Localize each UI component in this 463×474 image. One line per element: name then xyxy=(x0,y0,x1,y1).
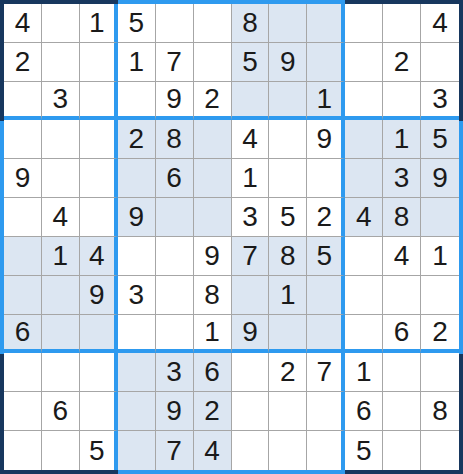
cell-r5c1[interactable]: 9 xyxy=(4,159,42,198)
outer-border-right-bottom-dark xyxy=(459,354,463,474)
cell-r7c12[interactable]: 1 xyxy=(421,237,459,276)
cell-r5c4[interactable] xyxy=(118,159,156,198)
cell-r1c4[interactable]: 5 xyxy=(118,4,156,43)
cell-r3c9[interactable]: 1 xyxy=(307,82,345,121)
cell-r3c7[interactable] xyxy=(232,82,270,121)
cell-r4c12[interactable]: 5 xyxy=(421,120,459,159)
outer-border-left-top-dark xyxy=(0,0,4,121)
cell-r6c8[interactable]: 5 xyxy=(269,198,307,237)
cell-r2c2[interactable] xyxy=(42,43,80,82)
cell-r5c6[interactable] xyxy=(194,159,232,198)
cell-r12c6[interactable]: 4 xyxy=(194,431,232,470)
cell-r9c10[interactable] xyxy=(345,315,383,354)
cell-r6c7[interactable]: 3 xyxy=(232,198,270,237)
cell-r1c6[interactable] xyxy=(194,4,232,43)
cell-r10c9[interactable]: 7 xyxy=(307,353,345,392)
cell-r9c6[interactable]: 1 xyxy=(194,315,232,354)
outer-border-bottom-left-dark xyxy=(0,470,118,474)
cell-r6c9[interactable]: 2 xyxy=(307,198,345,237)
cell-r1c12[interactable]: 4 xyxy=(421,4,459,43)
cell-r2c7[interactable]: 5 xyxy=(232,43,270,82)
cell-r8c7[interactable] xyxy=(232,276,270,315)
cell-r8c4[interactable]: 3 xyxy=(118,276,156,315)
cell-r8c11[interactable] xyxy=(383,276,421,315)
cell-r2c11[interactable]: 2 xyxy=(383,43,421,82)
cell-r2c1[interactable]: 2 xyxy=(4,43,42,82)
cell-r12c12[interactable] xyxy=(421,431,459,470)
cell-r11c10[interactable]: 6 xyxy=(345,392,383,431)
cell-r12c2[interactable] xyxy=(42,431,80,470)
cell-r9c7[interactable]: 9 xyxy=(232,315,270,354)
outer-border-right-top-dark xyxy=(459,0,463,121)
cell-r6c11[interactable]: 8 xyxy=(383,198,421,237)
cell-r11c9[interactable] xyxy=(307,392,345,431)
cell-r3c4[interactable] xyxy=(118,82,156,121)
cell-r5c7[interactable]: 1 xyxy=(232,159,270,198)
cell-r9c8[interactable] xyxy=(269,315,307,354)
cell-r10c6[interactable]: 6 xyxy=(194,353,232,392)
cell-r6c12[interactable] xyxy=(421,198,459,237)
cell-r5c12[interactable]: 9 xyxy=(421,159,459,198)
cell-r1c10[interactable] xyxy=(345,4,383,43)
cell-r8c3[interactable]: 9 xyxy=(80,276,118,315)
cell-r10c1[interactable] xyxy=(4,353,42,392)
cell-r9c12[interactable]: 2 xyxy=(421,315,459,354)
cell-r3c1[interactable] xyxy=(4,82,42,121)
cell-r5c9[interactable] xyxy=(307,159,345,198)
cell-r6c3[interactable] xyxy=(80,198,118,237)
cell-r12c11[interactable] xyxy=(383,431,421,470)
cell-r10c7[interactable] xyxy=(232,353,270,392)
cell-r5c10[interactable] xyxy=(345,159,383,198)
cell-r7c6[interactable]: 9 xyxy=(194,237,232,276)
cell-r9c1[interactable]: 6 xyxy=(4,315,42,354)
cell-r10c11[interactable] xyxy=(383,353,421,392)
cell-r6c10[interactable]: 4 xyxy=(345,198,383,237)
cell-r1c8[interactable] xyxy=(269,4,307,43)
cell-r3c6[interactable]: 2 xyxy=(194,82,232,121)
cell-r7c5[interactable] xyxy=(156,237,194,276)
cell-r10c12[interactable] xyxy=(421,353,459,392)
cell-r2c4[interactable]: 1 xyxy=(118,43,156,82)
cell-r12c5[interactable]: 7 xyxy=(156,431,194,470)
cell-r6c5[interactable] xyxy=(156,198,194,237)
cell-r10c5[interactable]: 3 xyxy=(156,353,194,392)
cell-r7c7[interactable]: 7 xyxy=(232,237,270,276)
cell-r8c9[interactable] xyxy=(307,276,345,315)
cell-r9c3[interactable] xyxy=(80,315,118,354)
cell-r10c4[interactable] xyxy=(118,353,156,392)
cell-r1c5[interactable] xyxy=(156,4,194,43)
cell-r9c5[interactable] xyxy=(156,315,194,354)
cell-r2c10[interactable] xyxy=(345,43,383,82)
cell-r7c3[interactable]: 4 xyxy=(80,237,118,276)
cell-r1c3[interactable]: 1 xyxy=(80,4,118,43)
cell-r8c6[interactable]: 8 xyxy=(194,276,232,315)
cell-r8c1[interactable] xyxy=(4,276,42,315)
outer-border-left-bottom-dark xyxy=(0,354,4,474)
cell-r12c4[interactable] xyxy=(118,431,156,470)
cell-r6c6[interactable] xyxy=(194,198,232,237)
cell-r2c5[interactable]: 7 xyxy=(156,43,194,82)
cell-r4c9[interactable]: 9 xyxy=(307,120,345,159)
outer-border-bottom-right-dark xyxy=(345,470,463,474)
cell-r4c1[interactable] xyxy=(4,120,42,159)
cell-r4c6[interactable] xyxy=(194,120,232,159)
cell-r7c11[interactable]: 4 xyxy=(383,237,421,276)
cell-r8c5[interactable] xyxy=(156,276,194,315)
cell-r4c3[interactable] xyxy=(80,120,118,159)
cell-r1c1[interactable]: 4 xyxy=(4,4,42,43)
cell-r1c2[interactable] xyxy=(42,4,80,43)
cell-r11c12[interactable]: 8 xyxy=(421,392,459,431)
outer-border-top-left-dark xyxy=(0,0,118,4)
cell-r4c8[interactable] xyxy=(269,120,307,159)
cell-r6c4[interactable]: 9 xyxy=(118,198,156,237)
cell-r7c2[interactable]: 1 xyxy=(42,237,80,276)
cell-r11c11[interactable] xyxy=(383,392,421,431)
cell-r8c8[interactable]: 1 xyxy=(269,276,307,315)
cell-r9c4[interactable] xyxy=(118,315,156,354)
cell-r4c11[interactable]: 1 xyxy=(383,120,421,159)
cell-r9c11[interactable]: 6 xyxy=(383,315,421,354)
cell-r2c12[interactable] xyxy=(421,43,459,82)
sudoku-board: 4158421759239213284915961394935248149785… xyxy=(0,0,463,474)
cell-r12c10[interactable]: 5 xyxy=(345,431,383,470)
cell-r5c11[interactable]: 3 xyxy=(383,159,421,198)
cell-r4c4[interactable]: 2 xyxy=(118,120,156,159)
cell-r12c7[interactable] xyxy=(232,431,270,470)
cell-r4c7[interactable]: 4 xyxy=(232,120,270,159)
cell-r11c5[interactable]: 9 xyxy=(156,392,194,431)
cell-r4c5[interactable]: 8 xyxy=(156,120,194,159)
cell-r3c12[interactable]: 3 xyxy=(421,82,459,121)
cell-r9c2[interactable] xyxy=(42,315,80,354)
cell-r8c10[interactable] xyxy=(345,276,383,315)
cell-r11c4[interactable] xyxy=(118,392,156,431)
cell-r2c9[interactable] xyxy=(307,43,345,82)
cell-r11c1[interactable] xyxy=(4,392,42,431)
cell-r1c9[interactable] xyxy=(307,4,345,43)
cell-r7c9[interactable]: 5 xyxy=(307,237,345,276)
cell-r3c10[interactable] xyxy=(345,82,383,121)
cell-r7c4[interactable] xyxy=(118,237,156,276)
cell-r10c10[interactable]: 1 xyxy=(345,353,383,392)
cell-r1c7[interactable]: 8 xyxy=(232,4,270,43)
cell-r4c2[interactable] xyxy=(42,120,80,159)
cell-r12c3[interactable]: 5 xyxy=(80,431,118,470)
cell-r6c2[interactable]: 4 xyxy=(42,198,80,237)
cell-r8c2[interactable] xyxy=(42,276,80,315)
sudoku-grid: 4158421759239213284915961394935248149785… xyxy=(4,4,459,470)
cell-r5c8[interactable] xyxy=(269,159,307,198)
cell-r7c10[interactable] xyxy=(345,237,383,276)
cell-r11c2[interactable]: 6 xyxy=(42,392,80,431)
cell-r5c3[interactable] xyxy=(80,159,118,198)
cell-r3c11[interactable] xyxy=(383,82,421,121)
cell-r10c8[interactable]: 2 xyxy=(269,353,307,392)
cell-r9c9[interactable] xyxy=(307,315,345,354)
cell-r3c3[interactable] xyxy=(80,82,118,121)
cell-r2c3[interactable] xyxy=(80,43,118,82)
cell-r2c6[interactable] xyxy=(194,43,232,82)
cell-r3c2[interactable]: 3 xyxy=(42,82,80,121)
cell-r12c1[interactable] xyxy=(4,431,42,470)
cell-r12c8[interactable] xyxy=(269,431,307,470)
cell-r4c10[interactable] xyxy=(345,120,383,159)
cell-r12c9[interactable] xyxy=(307,431,345,470)
cell-r11c8[interactable] xyxy=(269,392,307,431)
cell-r10c2[interactable] xyxy=(42,353,80,392)
cell-r3c5[interactable]: 9 xyxy=(156,82,194,121)
cell-r1c11[interactable] xyxy=(383,4,421,43)
cell-r11c7[interactable] xyxy=(232,392,270,431)
cell-r7c1[interactable] xyxy=(4,237,42,276)
cell-r11c6[interactable]: 2 xyxy=(194,392,232,431)
cell-r5c5[interactable]: 6 xyxy=(156,159,194,198)
cell-r6c1[interactable] xyxy=(4,198,42,237)
cell-r7c8[interactable]: 8 xyxy=(269,237,307,276)
cell-r8c12[interactable] xyxy=(421,276,459,315)
cell-r10c3[interactable] xyxy=(80,353,118,392)
cell-r2c8[interactable]: 9 xyxy=(269,43,307,82)
cell-r11c3[interactable] xyxy=(80,392,118,431)
cell-r3c8[interactable] xyxy=(269,82,307,121)
cell-r5c2[interactable] xyxy=(42,159,80,198)
outer-border-top-right-dark xyxy=(345,0,463,4)
